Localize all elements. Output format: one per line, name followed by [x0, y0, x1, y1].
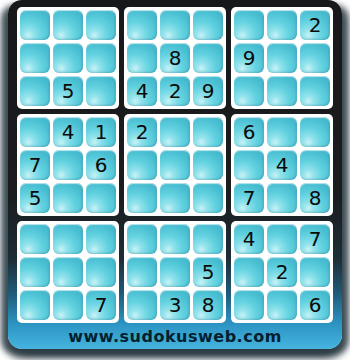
cell-r7c6[interactable] [193, 224, 223, 254]
cell-r8c4[interactable] [127, 257, 157, 287]
cell-r3c2[interactable]: 5 [53, 76, 83, 106]
cell-r1c7[interactable] [234, 10, 264, 40]
cell-r9c2[interactable] [53, 290, 83, 320]
cell-r1c5[interactable] [160, 10, 190, 40]
cell-r5c1[interactable]: 7 [20, 150, 50, 180]
cell-r6c2[interactable] [53, 183, 83, 213]
cell-r9c5[interactable]: 3 [160, 290, 190, 320]
cell-r4c5[interactable] [160, 117, 190, 147]
sudoku-grid: 5842929417652647875384726 [8, 0, 342, 323]
cell-r1c2[interactable] [53, 10, 83, 40]
cell-r5c4[interactable] [127, 150, 157, 180]
sudoku-board-frame: 5842929417652647875384726 www.sudokusweb… [8, 0, 342, 349]
cell-r2c4[interactable] [127, 43, 157, 73]
cell-r3c4[interactable]: 4 [127, 76, 157, 106]
cell-r2c6[interactable] [193, 43, 223, 73]
cell-r4c1[interactable] [20, 117, 50, 147]
cell-r4c3[interactable]: 1 [86, 117, 116, 147]
cell-r6c4[interactable] [127, 183, 157, 213]
cell-r6c6[interactable] [193, 183, 223, 213]
cell-r9c9[interactable]: 6 [300, 290, 330, 320]
cell-r5c9[interactable] [300, 150, 330, 180]
cell-r3c6[interactable]: 9 [193, 76, 223, 106]
cell-r6c1[interactable]: 5 [20, 183, 50, 213]
cell-r8c6[interactable]: 5 [193, 257, 223, 287]
box-3: 29 [231, 7, 333, 109]
cell-r9c8[interactable] [267, 290, 297, 320]
cell-r6c3[interactable] [86, 183, 116, 213]
footer: www.sudokusweb.com [8, 323, 342, 349]
cell-r3c5[interactable]: 2 [160, 76, 190, 106]
cell-r7c5[interactable] [160, 224, 190, 254]
cell-r7c7[interactable]: 4 [234, 224, 264, 254]
cell-r8c7[interactable] [234, 257, 264, 287]
cell-r8c3[interactable] [86, 257, 116, 287]
site-url[interactable]: www.sudokusweb.com [68, 327, 282, 346]
cell-r6c9[interactable]: 8 [300, 183, 330, 213]
cell-r8c1[interactable] [20, 257, 50, 287]
box-9: 4726 [231, 221, 333, 323]
box-5: 2 [124, 114, 226, 216]
cell-r5c5[interactable] [160, 150, 190, 180]
cell-r1c8[interactable] [267, 10, 297, 40]
cell-r7c3[interactable] [86, 224, 116, 254]
cell-r2c9[interactable] [300, 43, 330, 73]
cell-r3c9[interactable] [300, 76, 330, 106]
cell-r9c7[interactable] [234, 290, 264, 320]
cell-r1c1[interactable] [20, 10, 50, 40]
cell-r2c2[interactable] [53, 43, 83, 73]
cell-r5c6[interactable] [193, 150, 223, 180]
cell-r8c5[interactable] [160, 257, 190, 287]
cell-r3c3[interactable] [86, 76, 116, 106]
cell-r5c7[interactable] [234, 150, 264, 180]
cell-r7c2[interactable] [53, 224, 83, 254]
cell-r9c3[interactable]: 7 [86, 290, 116, 320]
cell-r7c8[interactable] [267, 224, 297, 254]
cell-r1c4[interactable] [127, 10, 157, 40]
box-8: 538 [124, 221, 226, 323]
cell-r4c2[interactable]: 4 [53, 117, 83, 147]
cell-r7c4[interactable] [127, 224, 157, 254]
cell-r6c8[interactable] [267, 183, 297, 213]
cell-r9c1[interactable] [20, 290, 50, 320]
cell-r2c1[interactable] [20, 43, 50, 73]
cell-r4c9[interactable] [300, 117, 330, 147]
cell-r3c7[interactable] [234, 76, 264, 106]
cell-r3c8[interactable] [267, 76, 297, 106]
box-4: 41765 [17, 114, 119, 216]
cell-r1c9[interactable]: 2 [300, 10, 330, 40]
cell-r4c6[interactable] [193, 117, 223, 147]
cell-r8c9[interactable] [300, 257, 330, 287]
cell-r2c8[interactable] [267, 43, 297, 73]
cell-r2c7[interactable]: 9 [234, 43, 264, 73]
cell-r7c9[interactable]: 7 [300, 224, 330, 254]
box-7: 7 [17, 221, 119, 323]
cell-r3c1[interactable] [20, 76, 50, 106]
cell-r6c5[interactable] [160, 183, 190, 213]
cell-r6c7[interactable]: 7 [234, 183, 264, 213]
cell-r2c3[interactable] [86, 43, 116, 73]
box-2: 8429 [124, 7, 226, 109]
cell-r4c4[interactable]: 2 [127, 117, 157, 147]
cell-r9c4[interactable] [127, 290, 157, 320]
cell-r8c2[interactable] [53, 257, 83, 287]
cell-r4c7[interactable]: 6 [234, 117, 264, 147]
box-6: 6478 [231, 114, 333, 216]
cell-r5c3[interactable]: 6 [86, 150, 116, 180]
page: 5842929417652647875384726 www.sudokusweb… [0, 0, 350, 360]
cell-r7c1[interactable] [20, 224, 50, 254]
cell-r8c8[interactable]: 2 [267, 257, 297, 287]
cell-r2c5[interactable]: 8 [160, 43, 190, 73]
cell-r5c2[interactable] [53, 150, 83, 180]
cell-r9c6[interactable]: 8 [193, 290, 223, 320]
cell-r5c8[interactable]: 4 [267, 150, 297, 180]
cell-r4c8[interactable] [267, 117, 297, 147]
box-1: 5 [17, 7, 119, 109]
cell-r1c3[interactable] [86, 10, 116, 40]
cell-r1c6[interactable] [193, 10, 223, 40]
